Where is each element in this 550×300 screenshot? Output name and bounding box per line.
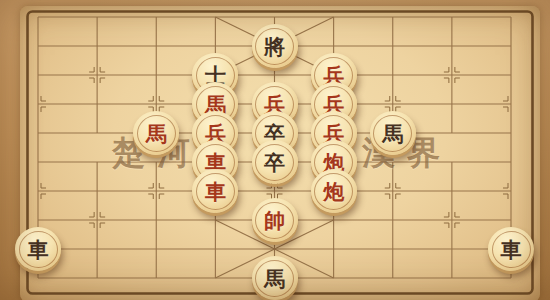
piece-glyph: 車	[501, 238, 522, 260]
piece-black-chariot[interactable]: 車	[15, 227, 61, 271]
piece-black-horse[interactable]: 馬	[370, 111, 416, 155]
piece-glyph: 馬	[146, 122, 167, 144]
piece-glyph: 馬	[264, 267, 285, 289]
piece-red-horse[interactable]: 馬	[133, 111, 179, 155]
piece-glyph: 車	[28, 238, 49, 260]
piece-glyph: 卒	[264, 151, 285, 173]
piece-red-general[interactable]: 帥	[252, 198, 298, 242]
piece-glyph: 馬	[382, 122, 403, 144]
xiangqi-app-screen: 楚河 漢界 將士兵馬兵兵馬兵卒兵馬車卒炮車炮帥車車馬	[0, 0, 550, 300]
piece-glyph: 車	[205, 180, 226, 202]
piece-layer[interactable]: 將士兵馬兵兵馬兵卒兵馬車卒炮車炮帥車車馬	[8, 3, 540, 293]
piece-black-general[interactable]: 將	[252, 24, 298, 68]
piece-glyph: 炮	[323, 180, 344, 202]
piece-black-horse[interactable]: 馬	[252, 256, 298, 300]
piece-glyph: 將	[264, 35, 285, 57]
piece-red-cannon[interactable]: 炮	[311, 169, 357, 213]
piece-red-chariot[interactable]: 車	[192, 169, 238, 213]
piece-black-chariot[interactable]: 車	[488, 227, 534, 271]
piece-black-soldier[interactable]: 卒	[252, 140, 298, 184]
piece-glyph: 帥	[264, 209, 285, 231]
